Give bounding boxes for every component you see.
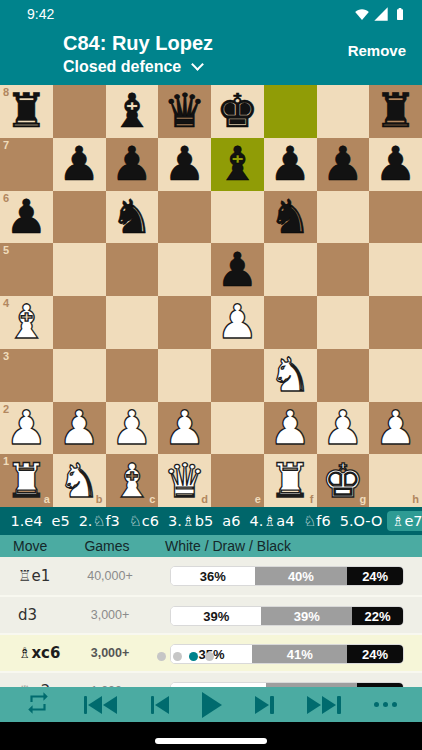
white-knight: ♞ — [58, 455, 100, 507]
square-h8[interactable]: ♜ — [369, 85, 422, 138]
white-pawn: ♟ — [269, 402, 311, 454]
black-pawn: ♟ — [216, 244, 258, 296]
white-knight: ♞ — [269, 349, 311, 401]
square-g6[interactable] — [317, 191, 370, 244]
square-f7[interactable]: ♟ — [264, 138, 317, 191]
previous-move-button[interactable] — [149, 694, 172, 716]
play-button[interactable] — [200, 690, 224, 720]
square-h6[interactable] — [369, 191, 422, 244]
square-e6[interactable] — [211, 191, 264, 244]
move-chip[interactable]: 2.♘f3 — [74, 511, 124, 531]
black-pawn: ♟ — [375, 138, 417, 190]
square-h5[interactable] — [369, 243, 422, 296]
square-d7[interactable]: ♟ — [158, 138, 211, 191]
square-e7[interactable]: ♝ — [211, 138, 264, 191]
loading-dot — [157, 652, 166, 661]
square-b1[interactable]: b♞ — [53, 454, 106, 507]
square-a1[interactable]: 1a♜ — [0, 454, 53, 507]
loading-dot — [205, 652, 214, 661]
white-pawn: ♟ — [58, 402, 100, 454]
square-g2[interactable]: ♟ — [317, 402, 370, 455]
black-rook: ♜ — [5, 85, 47, 137]
playback-toolbar — [0, 687, 422, 722]
rank-label: 6 — [3, 193, 9, 204]
black-king: ♚ — [216, 85, 258, 137]
square-f4[interactable] — [264, 296, 317, 349]
move-chip[interactable]: a6 — [218, 511, 245, 531]
row-games: 40,000+ — [72, 569, 148, 583]
square-c7[interactable]: ♟ — [106, 138, 159, 191]
square-g7[interactable]: ♟ — [317, 138, 370, 191]
square-c4[interactable] — [106, 296, 159, 349]
black-knight: ♞ — [269, 191, 311, 243]
col-header-games: Games — [72, 538, 142, 554]
move-chip[interactable]: ♘f6 — [299, 511, 335, 531]
move-chip[interactable]: 4.♗a4 — [245, 511, 299, 531]
black-bishop: ♝ — [111, 85, 153, 137]
black-bishop: ♝ — [216, 138, 258, 190]
black-pawn: ♟ — [164, 138, 206, 190]
black-pawn: ♟ — [58, 138, 100, 190]
cellular-icon — [373, 6, 389, 22]
header: C84: Ruy Lopez Closed defence Remove — [0, 28, 422, 85]
square-a8[interactable]: 8♜ — [0, 85, 53, 138]
square-g8[interactable] — [317, 85, 370, 138]
file-label: d — [201, 494, 208, 505]
opening-move-row[interactable]: ♖e140,000+36%40%24% — [0, 557, 422, 595]
square-d2[interactable]: ♟ — [158, 402, 211, 455]
remove-button[interactable]: Remove — [348, 42, 406, 59]
black-rook: ♜ — [375, 85, 417, 137]
status-bar: 9:42 — [0, 0, 422, 28]
white-pawn: ♟ — [5, 402, 47, 454]
square-a4[interactable]: 4♝ — [0, 296, 53, 349]
file-label: h — [412, 494, 419, 505]
chess-board: 8♜♝♛♚♜7♟♟♟♝♟♟♟6♟♞♞5♟4♝♟3♞2♟♟♟♟♟♟♟1a♜b♞c♝… — [0, 85, 422, 507]
white-pawn: ♟ — [111, 402, 153, 454]
skip-to-end-icon — [307, 696, 321, 714]
square-e1[interactable]: e — [211, 454, 264, 507]
square-e2[interactable] — [211, 402, 264, 455]
app-bar: 9:42 C84: Ruy Lopez Closed defence Remov… — [0, 0, 422, 85]
square-h2[interactable]: ♟ — [369, 402, 422, 455]
white-queen: ♛ — [164, 455, 206, 507]
loading-dots — [157, 652, 214, 661]
row-move: ♗xc6 — [0, 644, 72, 662]
square-a7[interactable]: 7 — [0, 138, 53, 191]
square-c6[interactable]: ♞ — [106, 191, 159, 244]
chevron-down-icon — [191, 58, 204, 71]
row-games: 3,000+ — [72, 608, 148, 622]
move-chip[interactable]: 5.O-O — [335, 511, 387, 531]
gesture-nav-bar — [0, 722, 422, 750]
more-options-icon — [374, 702, 398, 708]
draw-share: 39% — [261, 607, 351, 625]
square-d4[interactable] — [158, 296, 211, 349]
variation-label: Closed defence — [63, 56, 181, 78]
square-c5[interactable] — [106, 243, 159, 296]
square-d1[interactable]: d♛ — [158, 454, 211, 507]
black-share: 24% — [347, 567, 403, 585]
move-chip[interactable]: 1.e4 — [6, 511, 47, 531]
previous-move-icon — [151, 696, 155, 714]
more-options-button[interactable] — [372, 700, 400, 710]
square-d3[interactable] — [158, 349, 211, 402]
result-bar: 39%39%22% — [170, 606, 404, 626]
home-indicator[interactable] — [155, 738, 267, 744]
black-pawn: ♟ — [269, 138, 311, 190]
loading-dot — [189, 652, 198, 661]
white-rook: ♜ — [269, 455, 311, 507]
white-pawn: ♟ — [322, 402, 364, 454]
square-a2[interactable]: 2♟ — [0, 402, 53, 455]
wifi-icon — [354, 6, 370, 22]
repeat-button[interactable] — [23, 688, 53, 721]
black-queen: ♛ — [164, 85, 206, 137]
square-h7[interactable]: ♟ — [369, 138, 422, 191]
square-d8[interactable]: ♛ — [158, 85, 211, 138]
square-h3[interactable] — [369, 349, 422, 402]
status-icons — [354, 0, 408, 28]
file-label: c — [149, 494, 155, 505]
square-e4[interactable]: ♟ — [211, 296, 264, 349]
square-b8[interactable] — [53, 85, 106, 138]
white-bishop: ♝ — [5, 296, 47, 348]
move-chip[interactable]: ♗e7 — [387, 511, 422, 531]
square-g3[interactable] — [317, 349, 370, 402]
move-chip[interactable]: e5 — [47, 511, 74, 531]
white-share: 36% — [171, 567, 255, 585]
repeat-icon — [25, 690, 51, 719]
row-move: ♖e1 — [0, 567, 72, 585]
title-block[interactable]: C84: Ruy Lopez Closed defence — [63, 30, 213, 78]
row-move: d3 — [0, 606, 72, 624]
play-icon — [202, 692, 222, 718]
skip-to-start-button[interactable] — [82, 694, 120, 716]
white-share: 39% — [171, 607, 261, 625]
square-b6[interactable] — [53, 191, 106, 244]
file-label: e — [255, 494, 261, 505]
row-games: 3,000+ — [72, 646, 148, 660]
black-pawn: ♟ — [322, 138, 364, 190]
rank-label: 8 — [3, 87, 9, 98]
black-pawn: ♟ — [111, 138, 153, 190]
square-c2[interactable]: ♟ — [106, 402, 159, 455]
black-knight: ♞ — [111, 191, 153, 243]
white-pawn: ♟ — [164, 402, 206, 454]
square-e5[interactable]: ♟ — [211, 243, 264, 296]
white-rook: ♜ — [5, 455, 47, 507]
square-c1[interactable]: c♝ — [106, 454, 159, 507]
rank-label: 3 — [3, 351, 9, 362]
square-g1[interactable]: g♚ — [317, 454, 370, 507]
square-e8[interactable]: ♚ — [211, 85, 264, 138]
square-b2[interactable]: ♟ — [53, 402, 106, 455]
draw-share: 41% — [252, 645, 347, 663]
white-king: ♚ — [322, 455, 364, 507]
square-f6[interactable]: ♞ — [264, 191, 317, 244]
white-pawn: ♟ — [375, 402, 417, 454]
file-label: b — [96, 494, 103, 505]
opening-move-row[interactable]: d33,000+39%39%22% — [0, 595, 422, 633]
col-header-move: Move — [0, 538, 72, 554]
square-b4[interactable] — [53, 296, 106, 349]
move-list-bar: 1.e4e52.♘f3♘c63.♗b5a64.♗a4♘f65.O-O♗e7 — [0, 507, 422, 535]
square-b7[interactable]: ♟ — [53, 138, 106, 191]
square-f5[interactable] — [264, 243, 317, 296]
move-chip[interactable]: 3.♗b5 — [164, 511, 218, 531]
table-header: Move Games White / Draw / Black — [0, 535, 422, 557]
black-pawn: ♟ — [5, 191, 47, 243]
square-f3[interactable]: ♞ — [264, 349, 317, 402]
square-f2[interactable]: ♟ — [264, 402, 317, 455]
battery-icon — [392, 6, 408, 22]
white-bishop: ♝ — [111, 455, 153, 507]
square-c3[interactable] — [106, 349, 159, 402]
square-b3[interactable] — [53, 349, 106, 402]
black-share: 22% — [352, 607, 403, 625]
file-label: f — [310, 494, 314, 505]
result-bar: 36%40%24% — [170, 566, 404, 586]
loading-dot — [173, 652, 182, 661]
black-share: 24% — [347, 645, 403, 663]
file-label: g — [360, 494, 367, 505]
col-header-results: White / Draw / Black — [165, 538, 291, 554]
skip-to-end-button[interactable] — [305, 694, 343, 716]
white-pawn: ♟ — [216, 296, 258, 348]
square-a6[interactable]: 6♟ — [0, 191, 53, 244]
page-title: C84: Ruy Lopez — [63, 30, 213, 56]
app-screen: 9:42 C84: Ruy Lopez Closed defence Remov… — [0, 0, 422, 750]
variation-selector[interactable]: Closed defence — [63, 56, 213, 78]
square-d5[interactable] — [158, 243, 211, 296]
draw-share: 40% — [255, 567, 348, 585]
rank-label: 4 — [3, 298, 9, 309]
square-f1[interactable]: f♜ — [264, 454, 317, 507]
square-g4[interactable] — [317, 296, 370, 349]
clock: 9:42 — [27, 6, 54, 22]
square-b5[interactable] — [53, 243, 106, 296]
square-g5[interactable] — [317, 243, 370, 296]
square-f8[interactable] — [264, 85, 317, 138]
next-move-icon — [255, 696, 269, 714]
square-a3[interactable]: 3 — [0, 349, 53, 402]
skip-to-start-icon — [84, 696, 88, 714]
rank-label: 1 — [3, 456, 9, 467]
square-a5[interactable]: 5 — [0, 243, 53, 296]
square-c8[interactable]: ♝ — [106, 85, 159, 138]
rank-label: 7 — [3, 140, 9, 151]
square-d6[interactable] — [158, 191, 211, 244]
file-label: a — [44, 494, 50, 505]
move-chip[interactable]: ♘c6 — [124, 511, 163, 531]
square-h1[interactable]: h — [369, 454, 422, 507]
square-e3[interactable] — [211, 349, 264, 402]
next-move-button[interactable] — [253, 694, 276, 716]
square-h4[interactable] — [369, 296, 422, 349]
rank-label: 2 — [3, 404, 9, 415]
rank-label: 5 — [3, 245, 9, 256]
